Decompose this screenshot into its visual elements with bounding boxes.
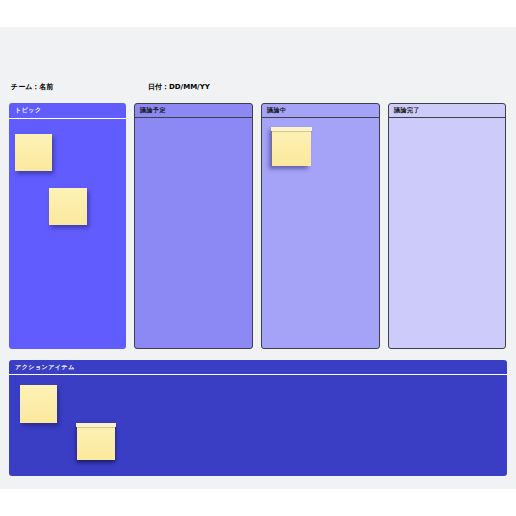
sticky-note[interactable] — [77, 423, 115, 460]
sticky-note[interactable] — [272, 127, 311, 166]
sticky-note[interactable] — [20, 385, 57, 423]
whiteboard-page: チーム：名前 日付：DD/MM/YY トピック 議論予定 議論中 議論完了 アク… — [0, 0, 516, 516]
notes-layer — [0, 0, 516, 516]
sticky-note[interactable] — [49, 188, 87, 225]
sticky-note[interactable] — [15, 134, 52, 171]
